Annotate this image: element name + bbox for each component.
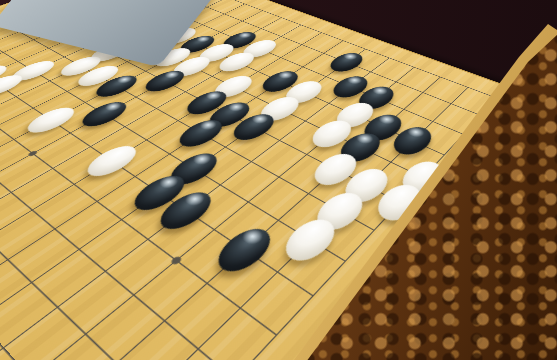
go-photo-scene (0, 0, 557, 360)
